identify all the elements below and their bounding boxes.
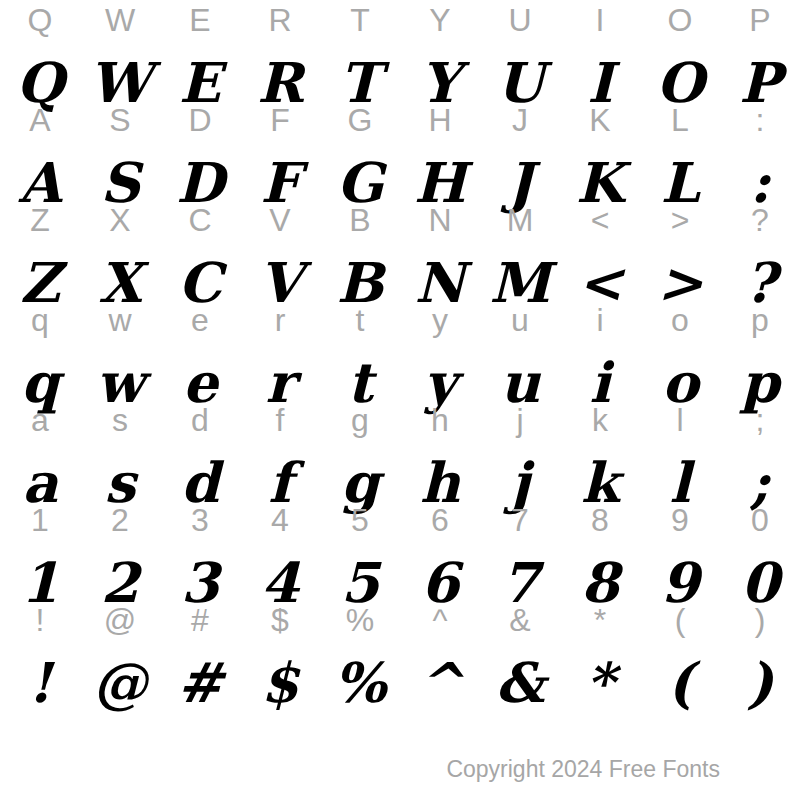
reference-char: > (671, 204, 690, 236)
reference-char-row: 1234567890 (0, 500, 800, 536)
reference-char: p (751, 304, 769, 336)
reference-char: g (351, 404, 369, 436)
character-map-sections: QWERTYUIOPQWERTYUIOPASDFGHJKL:ASDFGHJKL:… (0, 0, 800, 700)
reference-char: s (112, 404, 128, 436)
font-glyph-row: QWERTYUIOP (0, 36, 800, 100)
font-glyph: ( (667, 655, 693, 710)
reference-char: J (512, 104, 528, 136)
charmap-section: ZXCVBNM<>?ZXCVBNM<>? (0, 200, 800, 300)
reference-char: i (596, 304, 603, 336)
reference-char: 5 (351, 504, 369, 536)
reference-char: ? (751, 204, 769, 236)
reference-char: T (350, 4, 370, 36)
reference-char: D (188, 104, 211, 136)
font-glyph: $ (261, 655, 299, 710)
reference-char: t (356, 304, 365, 336)
reference-char: 6 (431, 504, 449, 536)
reference-char: ^ (432, 604, 447, 636)
charmap-section: 12345678901234567890 (0, 500, 800, 600)
reference-char: y (432, 304, 448, 336)
reference-char: $ (271, 604, 289, 636)
reference-char: # (191, 604, 209, 636)
reference-char: 9 (671, 504, 689, 536)
reference-char: & (509, 604, 530, 636)
reference-char: M (507, 204, 534, 236)
reference-char: 3 (191, 504, 209, 536)
reference-char: F (270, 104, 290, 136)
reference-char-row: ZXCVBNM<>? (0, 200, 800, 236)
reference-char: H (428, 104, 451, 136)
reference-char: a (31, 404, 49, 436)
character-map-sheet: QWERTYUIOPQWERTYUIOPASDFGHJKL:ASDFGHJKL:… (0, 0, 800, 800)
copyright-text: Copyright 2024 Free Fonts (0, 756, 800, 783)
reference-char: l (676, 404, 683, 436)
font-glyph: @ (93, 655, 148, 710)
reference-char-row: asdfghjkl; (0, 400, 800, 436)
reference-char: e (191, 304, 209, 336)
reference-char: W (105, 4, 135, 36)
reference-char: * (594, 604, 606, 636)
reference-char-row: ASDFGHJKL: (0, 100, 800, 136)
reference-char: 0 (751, 504, 769, 536)
reference-char: Z (30, 204, 50, 236)
reference-char: Y (429, 4, 450, 36)
reference-char: : (756, 104, 765, 136)
font-glyph-row: ZXCVBNM<>? (0, 236, 800, 300)
reference-char-row: !@#$%^&*() (0, 600, 800, 636)
reference-char: Q (28, 4, 53, 36)
reference-char: X (109, 204, 130, 236)
reference-char: E (189, 4, 210, 36)
reference-char: r (275, 304, 286, 336)
font-glyph: & (495, 655, 545, 710)
reference-char: < (591, 204, 610, 236)
reference-char: o (671, 304, 689, 336)
reference-char-row: QWERTYUIOP (0, 0, 800, 36)
reference-char: S (109, 104, 130, 136)
font-glyph: % (334, 655, 386, 710)
reference-char: @ (104, 604, 136, 636)
font-glyph: ^ (417, 655, 463, 710)
reference-char: u (511, 304, 529, 336)
reference-char: q (31, 304, 49, 336)
font-glyph-row: qwertyuiop (0, 336, 800, 400)
reference-char: w (108, 304, 131, 336)
font-glyph: ! (28, 655, 52, 710)
reference-char: P (749, 4, 770, 36)
reference-char: h (431, 404, 449, 436)
reference-char: C (188, 204, 211, 236)
reference-char: 2 (111, 504, 129, 536)
reference-char: ; (756, 404, 765, 436)
font-glyph-row: asdfghjkl; (0, 436, 800, 500)
reference-char: O (668, 4, 693, 36)
charmap-section: QWERTYUIOPQWERTYUIOP (0, 0, 800, 100)
reference-char: V (269, 204, 290, 236)
reference-char: N (428, 204, 451, 236)
reference-char: L (671, 104, 689, 136)
reference-char: f (276, 404, 285, 436)
font-glyph: # (177, 655, 223, 710)
reference-char: 8 (591, 504, 609, 536)
reference-char: U (508, 4, 531, 36)
charmap-section: qwertyuiopqwertyuiop (0, 300, 800, 400)
font-glyph: * (586, 655, 615, 710)
charmap-section: asdfghjkl;asdfghjkl; (0, 400, 800, 500)
reference-char: k (592, 404, 608, 436)
reference-char: K (589, 104, 610, 136)
reference-char: % (346, 604, 374, 636)
reference-char: I (596, 4, 605, 36)
reference-char: A (29, 104, 50, 136)
reference-char: 1 (31, 504, 49, 536)
font-glyph: ) (747, 655, 773, 710)
reference-char: 7 (511, 504, 529, 536)
reference-char: ( (675, 604, 686, 636)
font-glyph-row: ASDFGHJKL: (0, 136, 800, 200)
reference-char: j (516, 404, 523, 436)
reference-char: d (191, 404, 209, 436)
charmap-section: ASDFGHJKL:ASDFGHJKL: (0, 100, 800, 200)
reference-char: 4 (271, 504, 289, 536)
font-glyph-row: !@#$%^&*() (0, 636, 800, 700)
reference-char: B (349, 204, 370, 236)
charmap-section: !@#$%^&*()!@#$%^&*() (0, 600, 800, 700)
reference-char: ) (755, 604, 766, 636)
reference-char: G (348, 104, 373, 136)
reference-char: R (268, 4, 291, 36)
reference-char-row: qwertyuiop (0, 300, 800, 336)
reference-char: ! (36, 604, 45, 636)
font-glyph-row: 1234567890 (0, 536, 800, 600)
